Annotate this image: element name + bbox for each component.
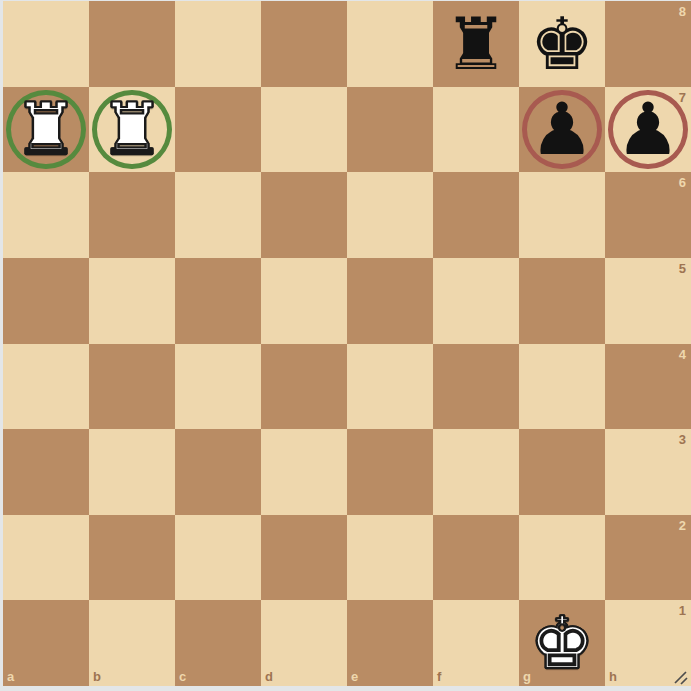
square-f7[interactable]: [433, 87, 519, 173]
square-c5[interactable]: [175, 258, 261, 344]
square-b8[interactable]: [89, 1, 175, 87]
file-label-d: d: [265, 670, 273, 683]
square-e7[interactable]: [347, 87, 433, 173]
square-h8[interactable]: 8: [605, 1, 691, 87]
square-d5[interactable]: [261, 258, 347, 344]
square-c1[interactable]: c: [175, 600, 261, 686]
square-g7[interactable]: ♟: [519, 87, 605, 173]
square-d3[interactable]: [261, 429, 347, 515]
square-f3[interactable]: [433, 429, 519, 515]
file-label-e: e: [351, 670, 358, 683]
square-b5[interactable]: [89, 258, 175, 344]
square-d8[interactable]: [261, 1, 347, 87]
square-a7[interactable]: ♜: [3, 87, 89, 173]
square-c3[interactable]: [175, 429, 261, 515]
square-f2[interactable]: [433, 515, 519, 601]
square-e5[interactable]: [347, 258, 433, 344]
square-b3[interactable]: [89, 429, 175, 515]
black-rook-f8[interactable]: ♜: [433, 1, 519, 87]
chess-board: ♜♚8♜♜♟7♟65432abcdefg♚1h: [3, 1, 691, 686]
rank-label-4: 4: [679, 348, 686, 361]
square-e3[interactable]: [347, 429, 433, 515]
square-f4[interactable]: [433, 344, 519, 430]
white-rook-b7[interactable]: ♜: [89, 87, 175, 173]
square-h5[interactable]: 5: [605, 258, 691, 344]
square-a1[interactable]: a: [3, 600, 89, 686]
square-c6[interactable]: [175, 172, 261, 258]
black-pawn-g7[interactable]: ♟: [519, 87, 605, 173]
square-h7[interactable]: 7♟: [605, 87, 691, 173]
square-d1[interactable]: d: [261, 600, 347, 686]
square-e1[interactable]: e: [347, 600, 433, 686]
square-g8[interactable]: ♚: [519, 1, 605, 87]
board-resize-handle[interactable]: [673, 670, 688, 685]
page-background: ♜♚8♜♜♟7♟65432abcdefg♚1h: [0, 0, 691, 691]
black-king-g8[interactable]: ♚: [519, 1, 605, 87]
square-d7[interactable]: [261, 87, 347, 173]
square-a4[interactable]: [3, 344, 89, 430]
square-c4[interactable]: [175, 344, 261, 430]
rank-label-6: 6: [679, 176, 686, 189]
square-c2[interactable]: [175, 515, 261, 601]
square-d4[interactable]: [261, 344, 347, 430]
square-b1[interactable]: b: [89, 600, 175, 686]
file-label-b: b: [93, 670, 101, 683]
square-g2[interactable]: [519, 515, 605, 601]
white-king-g1[interactable]: ♚: [519, 600, 605, 686]
file-label-c: c: [179, 670, 186, 683]
square-a6[interactable]: [3, 172, 89, 258]
rank-label-3: 3: [679, 433, 686, 446]
square-b2[interactable]: [89, 515, 175, 601]
square-a5[interactable]: [3, 258, 89, 344]
rank-label-5: 5: [679, 262, 686, 275]
square-h4[interactable]: 4: [605, 344, 691, 430]
square-d6[interactable]: [261, 172, 347, 258]
diagonal-resize-icon: [673, 671, 688, 688]
file-label-a: a: [7, 670, 14, 683]
rank-label-8: 8: [679, 5, 686, 18]
square-e6[interactable]: [347, 172, 433, 258]
square-b4[interactable]: [89, 344, 175, 430]
square-a2[interactable]: [3, 515, 89, 601]
square-e8[interactable]: [347, 1, 433, 87]
rank-label-1: 1: [679, 604, 686, 617]
square-b6[interactable]: [89, 172, 175, 258]
square-e4[interactable]: [347, 344, 433, 430]
square-f5[interactable]: [433, 258, 519, 344]
square-h3[interactable]: 3: [605, 429, 691, 515]
square-f6[interactable]: [433, 172, 519, 258]
file-label-h: h: [609, 670, 617, 683]
white-rook-a7[interactable]: ♜: [3, 87, 89, 173]
square-c8[interactable]: [175, 1, 261, 87]
square-d2[interactable]: [261, 515, 347, 601]
square-g3[interactable]: [519, 429, 605, 515]
black-pawn-h7[interactable]: ♟: [605, 87, 691, 173]
file-label-f: f: [437, 670, 441, 683]
square-e2[interactable]: [347, 515, 433, 601]
square-g1[interactable]: g♚: [519, 600, 605, 686]
rank-label-2: 2: [679, 519, 686, 532]
square-f8[interactable]: ♜: [433, 1, 519, 87]
square-g4[interactable]: [519, 344, 605, 430]
square-g5[interactable]: [519, 258, 605, 344]
square-f1[interactable]: f: [433, 600, 519, 686]
square-h6[interactable]: 6: [605, 172, 691, 258]
square-h2[interactable]: 2: [605, 515, 691, 601]
square-a8[interactable]: [3, 1, 89, 87]
square-g6[interactable]: [519, 172, 605, 258]
square-c7[interactable]: [175, 87, 261, 173]
square-a3[interactable]: [3, 429, 89, 515]
square-b7[interactable]: ♜: [89, 87, 175, 173]
